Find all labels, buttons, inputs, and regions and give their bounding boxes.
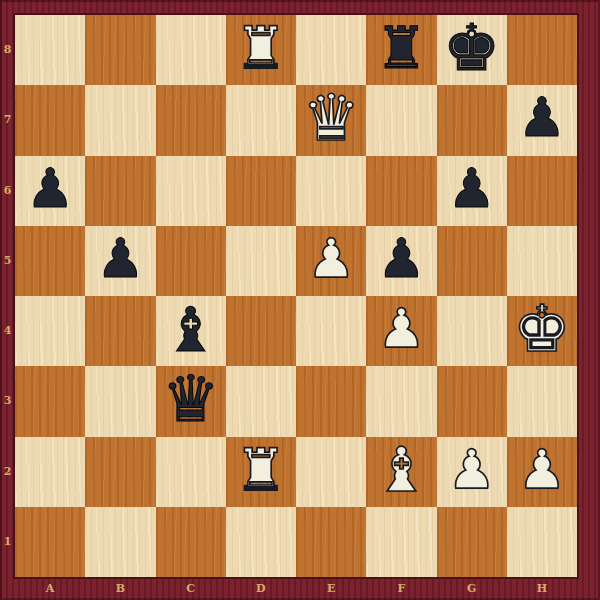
square-c6[interactable] [156,156,226,226]
square-e5[interactable]: ♟ [296,226,366,296]
square-g6[interactable]: ♟ [437,156,507,226]
square-d4[interactable] [226,296,296,366]
square-d3[interactable] [226,366,296,436]
square-b2[interactable] [85,437,155,507]
square-a4[interactable] [15,296,85,366]
file-label-b: B [85,579,155,600]
square-c2[interactable] [156,437,226,507]
square-h8[interactable] [507,15,577,85]
square-g2[interactable]: ♟ [437,437,507,507]
square-a1[interactable] [15,507,85,577]
file-label-f: F [366,579,436,600]
square-c3[interactable]: ♛ [156,366,226,436]
square-d1[interactable] [226,507,296,577]
square-c4[interactable]: ♝ [156,296,226,366]
rank-label-3: 3 [0,366,15,436]
chess-board: ♜♜♚♛♟♟♟♟♟♟♝♟♚♛♜♝♟♟ [15,15,577,577]
square-h2[interactable]: ♟ [507,437,577,507]
square-f6[interactable] [366,156,436,226]
square-a7[interactable] [15,85,85,155]
square-e8[interactable] [296,15,366,85]
square-f5[interactable]: ♟ [366,226,436,296]
square-d6[interactable] [226,156,296,226]
square-f4[interactable]: ♟ [366,296,436,366]
file-label-e: E [296,579,366,600]
square-e1[interactable] [296,507,366,577]
square-b3[interactable] [85,366,155,436]
square-c8[interactable] [156,15,226,85]
square-g5[interactable] [437,226,507,296]
square-h1[interactable] [507,507,577,577]
square-g4[interactable] [437,296,507,366]
square-e6[interactable] [296,156,366,226]
square-h6[interactable] [507,156,577,226]
piece-white-pawn-g2[interactable]: ♟ [447,443,495,497]
square-d8[interactable]: ♜ [226,15,296,85]
square-d2[interactable]: ♜ [226,437,296,507]
file-label-g: G [437,579,507,600]
square-e3[interactable] [296,366,366,436]
square-a5[interactable] [15,226,85,296]
piece-black-pawn-g6[interactable]: ♟ [447,162,495,216]
file-label-d: D [226,579,296,600]
file-label-a: A [15,579,85,600]
square-g7[interactable] [437,85,507,155]
square-f8[interactable]: ♜ [366,15,436,85]
square-d7[interactable] [226,85,296,155]
square-b5[interactable]: ♟ [85,226,155,296]
square-c1[interactable] [156,507,226,577]
piece-white-bishop-f2[interactable]: ♝ [374,439,429,500]
piece-black-queen-c3[interactable]: ♛ [162,367,219,431]
file-label-c: C [156,579,226,600]
square-g1[interactable] [437,507,507,577]
rank-label-5: 5 [0,226,15,296]
square-a2[interactable] [15,437,85,507]
rank-label-6: 6 [0,156,15,226]
rank-label-1: 1 [0,507,15,577]
piece-black-king-g8[interactable]: ♚ [443,16,500,80]
piece-white-pawn-h2[interactable]: ♟ [518,443,566,497]
square-e7[interactable]: ♛ [296,85,366,155]
square-g8[interactable]: ♚ [437,15,507,85]
rank-label-7: 7 [0,85,15,155]
chess-board-frame: ♜♜♚♛♟♟♟♟♟♟♝♟♚♛♜♝♟♟ 87654321 ABCDEFGH [0,0,600,600]
square-b8[interactable] [85,15,155,85]
file-labels: ABCDEFGH [15,579,577,600]
square-f1[interactable] [366,507,436,577]
piece-black-rook-f8[interactable]: ♜ [375,19,427,77]
piece-black-bishop-c4[interactable]: ♝ [163,299,218,360]
square-d5[interactable] [226,226,296,296]
rank-labels: 87654321 [0,15,15,577]
square-b6[interactable] [85,156,155,226]
square-c7[interactable] [156,85,226,155]
piece-black-pawn-f5[interactable]: ♟ [377,232,425,286]
rank-label-8: 8 [0,15,15,85]
square-h7[interactable]: ♟ [507,85,577,155]
square-b7[interactable] [85,85,155,155]
piece-white-rook-d2[interactable]: ♜ [235,441,287,499]
piece-white-rook-d8[interactable]: ♜ [235,19,287,77]
piece-black-pawn-b5[interactable]: ♟ [96,232,144,286]
piece-black-pawn-h7[interactable]: ♟ [518,91,566,145]
rank-label-2: 2 [0,437,15,507]
square-c5[interactable] [156,226,226,296]
square-h4[interactable]: ♚ [507,296,577,366]
square-e4[interactable] [296,296,366,366]
square-f3[interactable] [366,366,436,436]
file-label-h: H [507,579,577,600]
piece-white-king-h4[interactable]: ♚ [513,297,570,361]
piece-black-pawn-a6[interactable]: ♟ [26,162,74,216]
square-a3[interactable] [15,366,85,436]
square-e2[interactable] [296,437,366,507]
square-a6[interactable]: ♟ [15,156,85,226]
square-g3[interactable] [437,366,507,436]
piece-white-pawn-f4[interactable]: ♟ [377,302,425,356]
square-h5[interactable] [507,226,577,296]
square-f2[interactable]: ♝ [366,437,436,507]
square-b1[interactable] [85,507,155,577]
square-f7[interactable] [366,85,436,155]
square-a8[interactable] [15,15,85,85]
rank-label-4: 4 [0,296,15,366]
square-h3[interactable] [507,366,577,436]
square-b4[interactable] [85,296,155,366]
piece-white-pawn-e5[interactable]: ♟ [307,232,355,286]
piece-white-queen-e7[interactable]: ♛ [302,86,359,150]
